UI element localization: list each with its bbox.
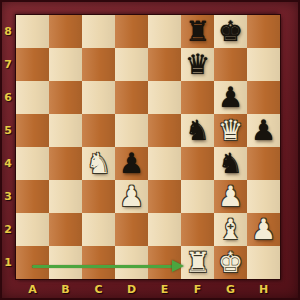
square-d5[interactable] — [115, 114, 148, 147]
square-e4[interactable] — [148, 147, 181, 180]
rank-label-5: 5 — [4, 124, 12, 137]
square-f5[interactable]: ♞ — [181, 114, 214, 147]
square-h4[interactable] — [247, 147, 280, 180]
square-e5[interactable] — [148, 114, 181, 147]
square-g7[interactable] — [214, 48, 247, 81]
square-f6[interactable] — [181, 81, 214, 114]
file-label-a: A — [28, 283, 37, 296]
rank-label-4: 4 — [4, 157, 12, 170]
rank-labels: 87654321 — [0, 15, 16, 279]
square-c5[interactable] — [82, 114, 115, 147]
square-d3[interactable]: ♟ — [115, 180, 148, 213]
square-g2[interactable]: ♝ — [214, 213, 247, 246]
piece-black-pawn-h5[interactable]: ♟ — [247, 114, 280, 147]
square-g4[interactable]: ♞ — [214, 147, 247, 180]
square-a1[interactable] — [16, 246, 49, 279]
rank-label-2: 2 — [4, 223, 12, 236]
square-c1[interactable] — [82, 246, 115, 279]
square-f1[interactable]: ♜ — [181, 246, 214, 279]
square-c6[interactable] — [82, 81, 115, 114]
rank-label-3: 3 — [4, 190, 12, 203]
file-label-b: B — [61, 283, 69, 296]
move-arrow-head — [172, 260, 184, 272]
square-h7[interactable] — [247, 48, 280, 81]
square-a4[interactable] — [16, 147, 49, 180]
square-d4[interactable]: ♟ — [115, 147, 148, 180]
square-c4[interactable]: ♞ — [82, 147, 115, 180]
rank-label-6: 6 — [4, 91, 12, 104]
square-f7[interactable]: ♛ — [181, 48, 214, 81]
square-g8[interactable]: ♚ — [214, 15, 247, 48]
square-f3[interactable] — [181, 180, 214, 213]
file-labels: ABCDEFGH — [16, 279, 280, 300]
square-c8[interactable] — [82, 15, 115, 48]
square-e6[interactable] — [148, 81, 181, 114]
square-b8[interactable] — [49, 15, 82, 48]
square-a6[interactable] — [16, 81, 49, 114]
square-e3[interactable] — [148, 180, 181, 213]
piece-white-bishop-g2[interactable]: ♝ — [214, 213, 247, 246]
file-label-d: D — [127, 283, 136, 296]
square-b5[interactable] — [49, 114, 82, 147]
square-d8[interactable] — [115, 15, 148, 48]
square-c3[interactable] — [82, 180, 115, 213]
square-g5[interactable]: ♛ — [214, 114, 247, 147]
square-f2[interactable] — [181, 213, 214, 246]
square-b6[interactable] — [49, 81, 82, 114]
square-f8[interactable]: ♜ — [181, 15, 214, 48]
square-e8[interactable] — [148, 15, 181, 48]
chess-board: ♜♚♛♟♞♛♟♞♟♞♟♟♝♟♜♚ — [16, 15, 280, 279]
square-h2[interactable]: ♟ — [247, 213, 280, 246]
rank-label-8: 8 — [4, 25, 12, 38]
square-b4[interactable] — [49, 147, 82, 180]
file-label-c: C — [94, 283, 102, 296]
square-g6[interactable]: ♟ — [214, 81, 247, 114]
square-h5[interactable]: ♟ — [247, 114, 280, 147]
piece-black-king-g8[interactable]: ♚ — [214, 15, 247, 48]
square-e2[interactable] — [148, 213, 181, 246]
file-label-h: H — [259, 283, 268, 296]
chess-diagram: 87654321 ABCDEFGH ♜♚♛♟♞♛♟♞♟♞♟♟♝♟♜♚ — [0, 0, 300, 300]
piece-black-queen-f7[interactable]: ♛ — [181, 48, 214, 81]
square-f4[interactable] — [181, 147, 214, 180]
piece-black-knight-f5[interactable]: ♞ — [181, 114, 214, 147]
square-b7[interactable] — [49, 48, 82, 81]
piece-white-pawn-g3[interactable]: ♟ — [214, 180, 247, 213]
piece-black-pawn-g6[interactable]: ♟ — [214, 81, 247, 114]
square-d6[interactable] — [115, 81, 148, 114]
piece-black-pawn-d4[interactable]: ♟ — [115, 147, 148, 180]
square-d2[interactable] — [115, 213, 148, 246]
square-b2[interactable] — [49, 213, 82, 246]
square-g1[interactable]: ♚ — [214, 246, 247, 279]
rank-label-7: 7 — [4, 58, 12, 71]
file-label-f: F — [194, 283, 202, 296]
square-a8[interactable] — [16, 15, 49, 48]
square-b1[interactable] — [49, 246, 82, 279]
piece-white-king-g1[interactable]: ♚ — [214, 246, 247, 279]
square-h8[interactable] — [247, 15, 280, 48]
piece-black-rook-f8[interactable]: ♜ — [181, 15, 214, 48]
square-h6[interactable] — [247, 81, 280, 114]
piece-white-pawn-h2[interactable]: ♟ — [247, 213, 280, 246]
piece-white-queen-g5[interactable]: ♛ — [214, 114, 247, 147]
piece-white-pawn-d3[interactable]: ♟ — [115, 180, 148, 213]
piece-white-rook-f1[interactable]: ♜ — [181, 246, 214, 279]
square-h1[interactable] — [247, 246, 280, 279]
move-arrow-line — [32, 265, 173, 268]
square-c7[interactable] — [82, 48, 115, 81]
piece-white-knight-c4[interactable]: ♞ — [82, 147, 115, 180]
square-h3[interactable] — [247, 180, 280, 213]
square-d1[interactable] — [115, 246, 148, 279]
square-b3[interactable] — [49, 180, 82, 213]
square-c2[interactable] — [82, 213, 115, 246]
square-d7[interactable] — [115, 48, 148, 81]
square-a3[interactable] — [16, 180, 49, 213]
file-label-g: G — [226, 283, 235, 296]
file-label-e: E — [161, 283, 169, 296]
square-a5[interactable] — [16, 114, 49, 147]
square-a7[interactable] — [16, 48, 49, 81]
square-a2[interactable] — [16, 213, 49, 246]
piece-black-knight-g4[interactable]: ♞ — [214, 147, 247, 180]
square-g3[interactable]: ♟ — [214, 180, 247, 213]
square-e7[interactable] — [148, 48, 181, 81]
rank-label-1: 1 — [4, 256, 12, 269]
